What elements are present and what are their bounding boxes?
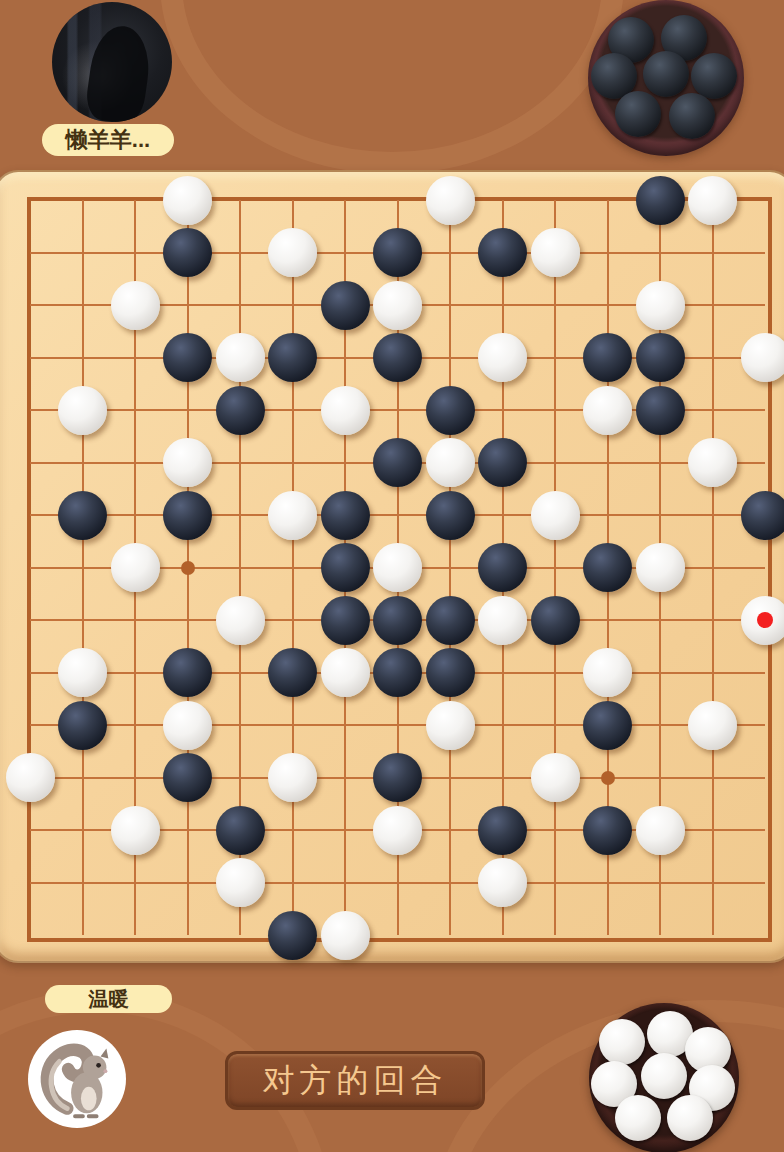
white-stone bbox=[111, 543, 160, 592]
white-stone bbox=[531, 491, 580, 540]
star-point bbox=[601, 771, 615, 785]
white-stone bbox=[426, 701, 475, 750]
black-stone bbox=[58, 701, 107, 750]
black-stone bbox=[426, 648, 475, 697]
white-stone bbox=[636, 543, 685, 592]
white-bowl-stone bbox=[641, 1053, 687, 1099]
white-stone bbox=[216, 596, 265, 645]
black-stone bbox=[216, 806, 265, 855]
white-stone bbox=[58, 386, 107, 435]
white-stone bbox=[531, 228, 580, 277]
black-stone bbox=[426, 596, 475, 645]
black-stone bbox=[583, 701, 632, 750]
white-bowl-stone bbox=[615, 1095, 661, 1141]
white-stone bbox=[688, 176, 737, 225]
white-stone bbox=[216, 333, 265, 382]
white-stone bbox=[531, 753, 580, 802]
black-bowl-stone bbox=[691, 53, 737, 99]
white-stone-bowl bbox=[589, 1003, 739, 1152]
white-stone bbox=[268, 491, 317, 540]
player-name-badge: 温暖 bbox=[45, 985, 172, 1013]
white-stone bbox=[688, 701, 737, 750]
go-board[interactable] bbox=[0, 170, 784, 963]
white-stone bbox=[478, 858, 527, 907]
white-stone bbox=[111, 281, 160, 330]
background-swirl bbox=[160, 0, 624, 174]
white-stone bbox=[163, 701, 212, 750]
white-stone bbox=[163, 176, 212, 225]
grid-line-h bbox=[30, 882, 765, 884]
white-stone bbox=[111, 806, 160, 855]
squirrel-avatar-image bbox=[28, 1030, 126, 1128]
black-stone bbox=[478, 806, 527, 855]
white-stone bbox=[373, 281, 422, 330]
white-stone bbox=[321, 648, 370, 697]
black-stone-bowl bbox=[588, 0, 744, 156]
white-stone bbox=[426, 176, 475, 225]
white-stone bbox=[741, 333, 784, 382]
white-stone bbox=[6, 753, 55, 802]
black-stone bbox=[321, 596, 370, 645]
black-stone bbox=[58, 491, 107, 540]
white-stone bbox=[426, 438, 475, 487]
grid-line-v bbox=[554, 200, 556, 935]
turn-status-banner: 对方的回合 bbox=[225, 1051, 485, 1110]
last-move-marker bbox=[757, 612, 773, 628]
opponent-avatar[interactable] bbox=[52, 2, 172, 122]
black-stone bbox=[373, 596, 422, 645]
black-stone bbox=[741, 491, 784, 540]
black-bowl-stone bbox=[669, 93, 715, 139]
star-point bbox=[181, 561, 195, 575]
white-stone bbox=[478, 596, 527, 645]
black-bowl-stone bbox=[615, 91, 661, 137]
white-bowl-stone bbox=[667, 1095, 713, 1141]
grid-line-v bbox=[449, 200, 451, 935]
white-stone bbox=[583, 386, 632, 435]
black-stone bbox=[426, 386, 475, 435]
black-stone bbox=[636, 176, 685, 225]
white-stone bbox=[216, 858, 265, 907]
black-stone bbox=[163, 491, 212, 540]
black-stone bbox=[531, 596, 580, 645]
white-stone bbox=[636, 806, 685, 855]
black-bowl-stone bbox=[643, 51, 689, 97]
black-stone bbox=[321, 543, 370, 592]
white-stone bbox=[741, 596, 784, 645]
grid-line-h bbox=[30, 724, 765, 726]
black-stone bbox=[216, 386, 265, 435]
player-avatar[interactable] bbox=[28, 1030, 126, 1128]
black-stone bbox=[426, 491, 475, 540]
grid-line-v bbox=[712, 200, 714, 935]
opponent-name-badge: 懒羊羊... bbox=[42, 124, 174, 156]
white-stone bbox=[321, 911, 370, 960]
black-stone bbox=[636, 386, 685, 435]
player-name: 温暖 bbox=[89, 986, 129, 1013]
black-stone bbox=[268, 911, 317, 960]
go-app-screen: 懒羊羊... 温暖 对方的回合 bbox=[0, 0, 784, 1152]
turn-status-text: 对方的回合 bbox=[263, 1059, 448, 1103]
black-stone bbox=[321, 491, 370, 540]
black-stone bbox=[636, 333, 685, 382]
white-stone bbox=[321, 386, 370, 435]
opponent-name: 懒羊羊... bbox=[66, 125, 150, 155]
white-bowl-stone bbox=[599, 1019, 645, 1065]
white-stone bbox=[636, 281, 685, 330]
black-stone bbox=[583, 806, 632, 855]
black-stone bbox=[321, 281, 370, 330]
white-stone bbox=[373, 806, 422, 855]
